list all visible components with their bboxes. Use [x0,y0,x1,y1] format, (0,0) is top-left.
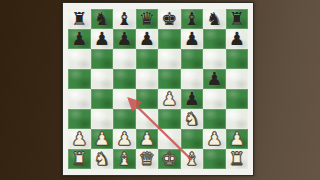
black-pawn-icon: ♟ [113,29,136,49]
square-b2: ♟ [91,129,114,149]
black-pawn-icon: ♟ [68,29,91,49]
square-h8: ♜ [226,9,249,29]
square-b4 [91,89,114,109]
square-c7: ♟ [113,29,136,49]
square-c6 [113,49,136,69]
square-a1: ♜ [68,149,91,169]
square-e6 [158,49,181,69]
square-a4 [68,89,91,109]
black-pawn-icon: ♟ [136,29,159,49]
square-f5 [181,69,204,89]
black-pawn-icon: ♟ [91,29,114,49]
square-e4: ♟ [158,89,181,109]
square-g7 [203,29,226,49]
white-pawn-icon: ♟ [68,129,91,149]
white-rook-icon: ♜ [226,149,249,169]
square-d1: ♛ [136,149,159,169]
square-c8: ♝ [113,9,136,29]
white-knight-icon: ♞ [181,109,204,129]
square-h7: ♟ [226,29,249,49]
square-d3 [136,109,159,129]
square-h1: ♜ [226,149,249,169]
square-g1 [203,149,226,169]
square-h5 [226,69,249,89]
black-rook-icon: ♜ [226,9,249,29]
white-king-icon: ♚ [158,149,181,169]
square-f1: ♝ [181,149,204,169]
square-g4 [203,89,226,109]
square-d4 [136,89,159,109]
square-f6 [181,49,204,69]
square-b8: ♞ [91,9,114,29]
black-bishop-icon: ♝ [113,9,136,29]
black-knight-icon: ♞ [203,9,226,29]
square-a5 [68,69,91,89]
square-a6 [68,49,91,69]
square-b6 [91,49,114,69]
white-rook-icon: ♜ [68,149,91,169]
black-queen-icon: ♛ [136,9,159,29]
black-pawn-icon: ♟ [181,29,204,49]
square-d6 [136,49,159,69]
white-knight-icon: ♞ [91,149,114,169]
white-pawn-icon: ♟ [158,89,181,109]
square-c2: ♟ [113,129,136,149]
white-pawn-icon: ♟ [203,129,226,149]
square-f3: ♞ [181,109,204,129]
black-king-icon: ♚ [158,9,181,29]
white-pawn-icon: ♟ [113,129,136,149]
square-e8: ♚ [158,9,181,29]
white-pawn-icon: ♟ [226,129,249,149]
square-d2: ♟ [136,129,159,149]
square-b7: ♟ [91,29,114,49]
black-bishop-icon: ♝ [181,9,204,29]
white-queen-icon: ♛ [136,149,159,169]
square-c4 [113,89,136,109]
square-h4 [226,89,249,109]
square-g3 [203,109,226,129]
thumbnail-background: ♜♞♝♛♚♝♞♜♟♟♟♟♟♟♟♟♟♞♟♟♟♟♟♟♜♞♝♛♚♝♜ [0,0,320,180]
square-e2 [158,129,181,149]
square-c1: ♝ [113,149,136,169]
square-d7: ♟ [136,29,159,49]
square-b3 [91,109,114,129]
square-g8: ♞ [203,9,226,29]
square-f2 [181,129,204,149]
white-bishop-icon: ♝ [181,149,204,169]
black-pawn-icon: ♟ [203,69,226,89]
square-g2: ♟ [203,129,226,149]
square-f8: ♝ [181,9,204,29]
black-pawn-icon: ♟ [181,89,204,109]
square-a7: ♟ [68,29,91,49]
square-f4: ♟ [181,89,204,109]
square-c5 [113,69,136,89]
square-b5 [91,69,114,89]
black-rook-icon: ♜ [68,9,91,29]
square-g6 [203,49,226,69]
square-d5 [136,69,159,89]
square-h2: ♟ [226,129,249,149]
black-knight-icon: ♞ [91,9,114,29]
square-a8: ♜ [68,9,91,29]
chess-board: ♜♞♝♛♚♝♞♜♟♟♟♟♟♟♟♟♟♞♟♟♟♟♟♟♜♞♝♛♚♝♜ [68,9,248,169]
square-e3 [158,109,181,129]
square-e5 [158,69,181,89]
square-e1: ♚ [158,149,181,169]
chess-board-frame: ♜♞♝♛♚♝♞♜♟♟♟♟♟♟♟♟♟♞♟♟♟♟♟♟♜♞♝♛♚♝♜ [62,2,254,176]
square-g5: ♟ [203,69,226,89]
white-bishop-icon: ♝ [113,149,136,169]
black-pawn-icon: ♟ [226,29,249,49]
square-e7 [158,29,181,49]
white-pawn-icon: ♟ [91,129,114,149]
square-h6 [226,49,249,69]
square-h3 [226,109,249,129]
square-b1: ♞ [91,149,114,169]
square-f7: ♟ [181,29,204,49]
square-a3 [68,109,91,129]
white-pawn-icon: ♟ [136,129,159,149]
square-a2: ♟ [68,129,91,149]
square-d8: ♛ [136,9,159,29]
square-c3 [113,109,136,129]
